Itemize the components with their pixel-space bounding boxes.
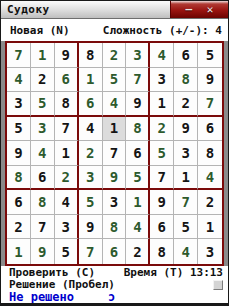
user-digit: 1 — [181, 169, 189, 185]
user-digit: 1 — [61, 145, 69, 161]
sudoku-cell[interactable]: 5 — [31, 92, 55, 117]
sudoku-cell[interactable]: 8 — [198, 141, 222, 166]
user-digit: 8 — [61, 95, 69, 111]
given-digit: 1 — [133, 194, 141, 210]
given-digit: 4 — [206, 169, 214, 185]
sudoku-cell[interactable]: 7 — [79, 239, 103, 264]
sudoku-cell[interactable]: 1 — [150, 92, 174, 117]
given-digit: 2 — [110, 47, 118, 63]
given-digit: 7 — [206, 95, 214, 111]
user-digit: 1 — [206, 219, 214, 235]
given-digit: 7 — [86, 244, 94, 260]
sudoku-cell[interactable]: 6 — [150, 215, 174, 240]
sudoku-cell[interactable]: 2 — [79, 141, 103, 166]
sudoku-cell[interactable]: 8 — [103, 215, 127, 240]
sudoku-cell[interactable]: 3 — [55, 215, 79, 240]
sudoku-cell[interactable]: 4 — [174, 239, 198, 264]
sudoku-cell[interactable]: 6 — [126, 141, 150, 166]
sudoku-cell[interactable]: 2 — [103, 43, 127, 68]
user-digit: 7 — [158, 169, 166, 185]
given-digit: 2 — [61, 169, 69, 185]
sudoku-cell[interactable]: 8 — [79, 43, 103, 68]
sudoku-cell[interactable]: 4 — [31, 141, 55, 166]
user-digit: 5 — [206, 47, 214, 63]
sudoku-cell[interactable]: 8 — [31, 190, 55, 215]
window-controls: – ✕ — [170, 1, 228, 18]
given-digit: 1 — [38, 47, 46, 63]
minimize-button[interactable]: – — [186, 4, 193, 15]
sudoku-cell[interactable]: 6 — [198, 117, 222, 142]
sudoku-cell[interactable]: 7 — [174, 190, 198, 215]
given-digit: 5 — [38, 95, 46, 111]
sudoku-cell[interactable]: 3 — [79, 166, 103, 191]
sudoku-cell[interactable]: 2 — [150, 117, 174, 142]
sudoku-cell[interactable]: 8 — [126, 117, 150, 142]
board-area: 7198234654261573893586491275374182969412… — [1, 41, 228, 266]
given-digit: 1 — [86, 71, 94, 87]
sudoku-cell[interactable]: 6 — [174, 43, 198, 68]
sudoku-cell[interactable]: 9 — [7, 141, 31, 166]
sudoku-cell[interactable]: 9 — [55, 43, 79, 68]
sudoku-cell[interactable]: 1 — [198, 215, 222, 240]
sudoku-cell[interactable]: 6 — [31, 166, 55, 191]
given-digit: 3 — [86, 169, 94, 185]
sudoku-cell[interactable]: 9 — [79, 215, 103, 240]
given-digit: 5 — [86, 194, 94, 210]
given-digit: 8 — [38, 194, 46, 210]
sudoku-cell[interactable]: 4 — [198, 166, 222, 191]
sudoku-cell[interactable]: 1 — [103, 117, 127, 142]
user-digit: 9 — [181, 120, 189, 136]
sudoku-cell[interactable]: 3 — [103, 190, 127, 215]
user-digit: 3 — [181, 145, 189, 161]
sudoku-cell[interactable]: 3 — [31, 117, 55, 142]
sudoku-window: Судоку – ✕ Новая (N) Сложность (+/-): 4 … — [0, 0, 229, 306]
close-button[interactable]: ✕ — [207, 4, 214, 15]
sudoku-cell[interactable]: 4 — [103, 92, 127, 117]
user-digit: 8 — [206, 145, 214, 161]
sudoku-cell[interactable]: 4 — [126, 215, 150, 240]
cursor-glyph: ɔ — [108, 291, 115, 303]
sudoku-cell[interactable]: 3 — [174, 141, 198, 166]
sudoku-cell[interactable]: 6 — [7, 190, 31, 215]
given-digit: 5 — [133, 169, 141, 185]
sudoku-cell[interactable]: 5 — [126, 166, 150, 191]
sudoku-cell[interactable]: 9 — [174, 117, 198, 142]
sudoku-cell[interactable]: 9 — [103, 166, 127, 191]
user-digit: 5 — [61, 244, 69, 260]
given-digit: 2 — [158, 120, 166, 136]
sudoku-cell[interactable]: 7 — [198, 92, 222, 117]
sudoku-cell[interactable]: 1 — [126, 190, 150, 215]
sudoku-cell[interactable]: 6 — [55, 68, 79, 93]
sudoku-cell[interactable]: 7 — [55, 117, 79, 142]
given-digit: 7 — [181, 194, 189, 210]
sudoku-cell[interactable]: 3 — [7, 92, 31, 117]
sudoku-cell[interactable]: 2 — [198, 190, 222, 215]
user-digit: 1 — [110, 120, 118, 136]
user-digit: 6 — [133, 145, 141, 161]
sudoku-cell[interactable]: 7 — [103, 141, 127, 166]
user-digit: 3 — [206, 244, 214, 260]
sudoku-cell[interactable]: 2 — [7, 215, 31, 240]
user-digit: 2 — [38, 71, 46, 87]
given-digit: 4 — [110, 95, 118, 111]
sudoku-cell[interactable]: 5 — [150, 141, 174, 166]
sudoku-cell[interactable]: 9 — [126, 92, 150, 117]
user-digit: 3 — [158, 71, 166, 87]
given-digit: 2 — [86, 145, 94, 161]
user-digit: 8 — [86, 47, 94, 63]
user-digit: 5 — [14, 120, 22, 136]
menu-bar: Новая (N) Сложность (+/-): 4 — [1, 19, 228, 41]
board-right-strip — [224, 41, 228, 266]
sudoku-cell[interactable]: 4 — [150, 43, 174, 68]
sudoku-cell[interactable]: 4 — [7, 68, 31, 93]
user-digit: 6 — [158, 219, 166, 235]
user-digit: 4 — [61, 194, 69, 210]
time-label: Время (T) 13:13 — [124, 267, 223, 279]
status-bar: Проверить (C) Время (T) 13:13 Решение (П… — [1, 266, 228, 305]
given-digit: 7 — [14, 47, 22, 63]
sudoku-cell[interactable]: 5 — [79, 190, 103, 215]
sudoku-cell[interactable]: 7 — [150, 166, 174, 191]
user-digit: 3 — [14, 95, 22, 111]
sudoku-cell[interactable]: 2 — [126, 239, 150, 264]
given-digit: 4 — [181, 244, 189, 260]
sudoku-cell[interactable]: 1 — [79, 68, 103, 93]
sudoku-cell[interactable]: 9 — [31, 239, 55, 264]
sudoku-cell[interactable]: 4 — [79, 117, 103, 142]
user-digit: 1 — [158, 95, 166, 111]
sudoku-cell[interactable]: 5 — [174, 215, 198, 240]
given-digit: 7 — [133, 71, 141, 87]
sudoku-cell[interactable]: 1 — [31, 43, 55, 68]
given-digit: 1 — [14, 244, 22, 260]
user-digit: 2 — [133, 244, 141, 260]
given-digit: 3 — [38, 120, 46, 136]
user-digit: 6 — [14, 194, 22, 210]
sudoku-cell[interactable]: 2 — [31, 68, 55, 93]
title-bar[interactable]: Судоку – ✕ — [1, 1, 228, 19]
sudoku-cell[interactable]: 8 — [174, 68, 198, 93]
sudoku-cell[interactable]: 6 — [103, 239, 127, 264]
user-digit: 9 — [14, 145, 22, 161]
given-digit: 9 — [110, 169, 118, 185]
sudoku-cell[interactable]: 1 — [174, 166, 198, 191]
given-digit: 8 — [181, 71, 189, 87]
given-digit: 8 — [14, 169, 22, 185]
user-digit: 5 — [181, 219, 189, 235]
user-digit: 9 — [86, 219, 94, 235]
given-digit: 6 — [61, 71, 69, 87]
user-digit: 7 — [61, 120, 69, 136]
solve-status-label: Не решено — [9, 291, 74, 303]
user-digit: 7 — [38, 219, 46, 235]
given-digit: 8 — [110, 219, 118, 235]
given-digit: 4 — [14, 71, 22, 87]
user-digit: 9 — [133, 95, 141, 111]
sudoku-cell[interactable]: 6 — [79, 92, 103, 117]
new-game-button[interactable]: Новая (N) — [10, 24, 70, 37]
user-digit: 2 — [206, 194, 214, 210]
window-title: Судоку — [1, 1, 170, 18]
given-digit: 4 — [133, 219, 141, 235]
user-digit: 3 — [61, 219, 69, 235]
sudoku-cell[interactable]: 3 — [150, 68, 174, 93]
user-digit: 6 — [38, 169, 46, 185]
sudoku-cell[interactable]: 8 — [150, 239, 174, 264]
given-digit: 4 — [158, 47, 166, 63]
sudoku-cell[interactable]: 5 — [7, 117, 31, 142]
sudoku-cell[interactable]: 2 — [55, 166, 79, 191]
user-digit: 3 — [110, 194, 118, 210]
sudoku-cell[interactable]: 9 — [198, 68, 222, 93]
sudoku-cell[interactable]: 3 — [198, 239, 222, 264]
sudoku-cell[interactable]: 5 — [103, 68, 127, 93]
user-digit: 6 — [181, 47, 189, 63]
sudoku-cell[interactable]: 7 — [7, 43, 31, 68]
sudoku-cell[interactable]: 2 — [174, 92, 198, 117]
user-digit: 2 — [14, 219, 22, 235]
sudoku-grid: 7198234654261573893586491275374182969412… — [5, 41, 224, 266]
user-digit: 4 — [86, 120, 94, 136]
user-digit: 7 — [110, 145, 118, 161]
resize-grip[interactable] — [213, 280, 223, 290]
sudoku-cell[interactable]: 5 — [55, 239, 79, 264]
given-digit: 5 — [158, 145, 166, 161]
user-digit: 9 — [61, 47, 69, 63]
sudoku-cell[interactable]: 8 — [7, 166, 31, 191]
sudoku-cell[interactable]: 5 — [198, 43, 222, 68]
given-digit: 6 — [110, 244, 118, 260]
difficulty-label: Сложность (+/-): 4 — [103, 24, 222, 37]
sudoku-cell[interactable]: 3 — [126, 43, 150, 68]
sudoku-cell[interactable]: 1 — [7, 239, 31, 264]
user-digit: 2 — [181, 95, 189, 111]
given-digit: 3 — [133, 47, 141, 63]
sudoku-cell[interactable]: 1 — [55, 141, 79, 166]
given-digit: 9 — [38, 244, 46, 260]
sudoku-cell[interactable]: 4 — [55, 190, 79, 215]
given-digit: 5 — [110, 71, 118, 87]
user-digit: 9 — [206, 71, 214, 87]
user-digit: 8 — [158, 244, 166, 260]
given-digit: 8 — [133, 120, 141, 136]
given-digit: 4 — [38, 145, 46, 161]
sudoku-cell[interactable]: 8 — [55, 92, 79, 117]
user-digit: 9 — [158, 194, 166, 210]
given-digit: 6 — [86, 95, 94, 111]
sudoku-cell[interactable]: 9 — [150, 190, 174, 215]
sudoku-cell[interactable]: 7 — [126, 68, 150, 93]
user-digit: 6 — [206, 120, 214, 136]
sudoku-cell[interactable]: 7 — [31, 215, 55, 240]
